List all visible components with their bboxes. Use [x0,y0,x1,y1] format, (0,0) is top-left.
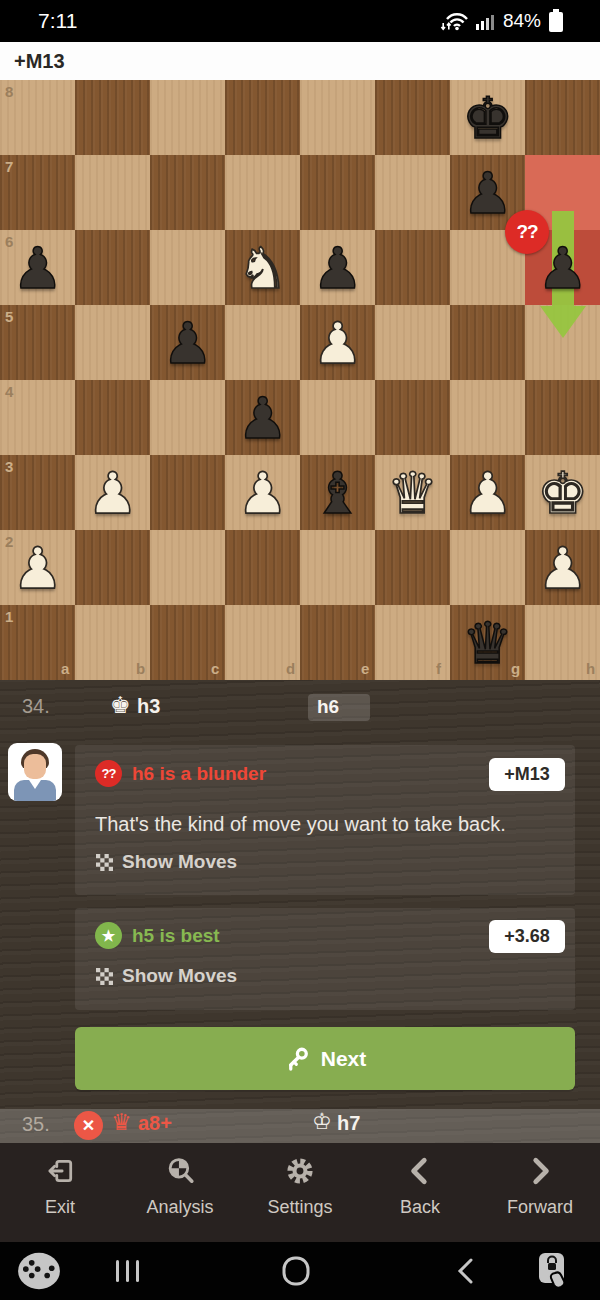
piece-wN-d6[interactable]: ♞ [225,230,300,305]
recents-icon [114,1258,142,1284]
rank-label-3: 3 [5,458,13,475]
analysis-icon [165,1156,195,1186]
file-label-b: b [136,660,145,677]
piece-bP-e6[interactable]: ♟ [300,230,375,305]
back-button[interactable]: Back [360,1143,480,1242]
best-eval-badge: +3.68 [489,920,565,953]
square-f6[interactable] [375,230,450,305]
key-icon [284,1045,311,1072]
square-h8[interactable] [525,80,600,155]
blunder-x-icon: ✕ [74,1111,103,1140]
black-king-figurine: ♔ [312,1109,332,1134]
file-label-h: h [586,660,595,677]
piece-wP-g3[interactable]: ♟ [450,455,525,530]
coach-comment: That's the kind of move you want to take… [95,813,506,836]
piece-wP-b3[interactable]: ♟ [75,455,150,530]
game-tools-button[interactable] [14,1242,64,1300]
piece-wP-d3[interactable]: ♟ [225,455,300,530]
square-e8[interactable] [300,80,375,155]
square-c4[interactable] [150,380,225,455]
chevron-right-icon [525,1156,555,1186]
battery-icon [548,9,564,33]
exit-label: Exit [45,1197,75,1218]
best-move-card: ★ h5 is best +3.68 Show Moves [75,908,575,1010]
square-c2[interactable] [150,530,225,605]
settings-button[interactable]: Settings [240,1143,360,1242]
move-35-white[interactable]: a8+ [138,1112,172,1135]
move-number-35: 35. [22,1113,50,1136]
exit-icon [45,1156,75,1186]
rank-label-5: 5 [5,308,13,325]
square-c7[interactable] [150,155,225,230]
avatar-face [24,754,46,779]
piece-bP-a6[interactable]: ♟ [0,230,75,305]
coach-avatar [8,743,62,801]
move-number-34: 34. [22,695,50,718]
square-b7[interactable] [75,155,150,230]
rank-label-7: 7 [5,158,13,175]
white-king-figurine: ♚ [110,692,131,718]
gear-icon [285,1156,315,1186]
clock-time: 7:11 [38,9,77,33]
home-button[interactable] [274,1242,318,1300]
show-moves-label: Show Moves [122,965,237,987]
piece-bP-c5[interactable]: ♟ [150,305,225,380]
square-f7[interactable] [375,155,450,230]
bottom-toolbar: Exit Analysis Settings Back [0,1143,600,1242]
rank-label-1: 1 [5,608,13,625]
move-34-white[interactable]: h3 [137,695,160,718]
analysis-button[interactable]: Analysis [120,1143,240,1242]
show-moves-label: Show Moves [122,851,237,873]
evaluation-value: +M13 [14,50,65,73]
file-label-d: d [286,660,295,677]
battery-percent: 84% [503,10,541,32]
square-b8[interactable] [75,80,150,155]
file-label-c: c [211,660,219,677]
move-35-black[interactable]: h7 [337,1112,360,1135]
evaluation-banner: +M13 [0,42,600,80]
rank-label-4: 4 [5,383,13,400]
android-nav-bar [0,1242,600,1300]
square-c8[interactable] [150,80,225,155]
piece-bK-g8[interactable]: ♚ [450,80,525,155]
chevron-left-icon [405,1156,435,1186]
square-h4[interactable] [525,380,600,455]
status-bar: 7:11 84% [0,0,600,42]
square-f4[interactable] [375,380,450,455]
blunder-card: ?? h6 is a blunder +M13 That's the kind … [75,745,575,895]
keyboard-switch-icon [535,1251,569,1291]
home-icon [280,1255,312,1287]
piece-wK-h3[interactable]: ♚ [525,455,600,530]
piece-wQ-f3[interactable]: ♛ [375,455,450,530]
square-e4[interactable] [300,380,375,455]
file-label-a: a [61,660,69,677]
square-e7[interactable] [300,155,375,230]
back-nav-button[interactable] [444,1242,488,1300]
square-b6[interactable] [75,230,150,305]
status-icons: 84% [439,8,564,34]
show-moves-blunder[interactable]: Show Moves [96,851,237,873]
settings-label: Settings [267,1197,332,1218]
square-g4[interactable] [450,380,525,455]
piece-wP-a2[interactable]: ♟ [0,530,75,605]
blunder-badge-board: ?? [505,210,549,254]
exit-button[interactable]: Exit [0,1143,120,1242]
best-move-star-icon: ★ [95,922,122,949]
chess-review-screen: 7:11 84% +M13 [0,0,600,1300]
piece-bQ-g1[interactable]: ♛ [450,605,525,680]
square-d2[interactable] [225,530,300,605]
wifi-icon [439,8,469,34]
piece-wP-h2[interactable]: ♟ [525,530,600,605]
square-b4[interactable] [75,380,150,455]
piece-bP-d4[interactable]: ♟ [225,380,300,455]
piece-wP-e5[interactable]: ♟ [300,305,375,380]
blunder-eval-badge: +M13 [489,758,565,791]
signal-icon [476,11,496,31]
square-c6[interactable] [150,230,225,305]
piece-bB-e3[interactable]: ♝ [300,455,375,530]
forward-button[interactable]: Forward [480,1143,600,1242]
best-move-arrow-head [540,306,586,338]
square-f8[interactable] [375,80,450,155]
file-label-f: f [436,660,441,677]
square-e2[interactable] [300,530,375,605]
square-d8[interactable] [225,80,300,155]
rank-label-8: 8 [5,83,13,100]
checkerboard-icon [96,968,113,985]
square-g2[interactable] [450,530,525,605]
next-button-label: Next [321,1047,367,1071]
gamepad-icon [16,1251,62,1291]
next-button[interactable]: Next [75,1027,575,1090]
blunder-title: h6 is a blunder [132,763,266,785]
best-move-title: h5 is best [132,925,220,947]
square-f5[interactable] [375,305,450,380]
square-c3[interactable] [150,455,225,530]
square-b5[interactable] [75,305,150,380]
back-label: Back [400,1197,440,1218]
checkerboard-icon [96,854,113,871]
square-b2[interactable] [75,530,150,605]
queen-figurine: ♛ [111,1109,132,1135]
move-34-black-label: h6 [317,696,339,718]
recents-button[interactable] [106,1242,150,1300]
square-d5[interactable] [225,305,300,380]
blunder-icon: ?? [95,760,122,787]
chess-board[interactable]: 87654321abcdefgh♚♟♟♞♟♟♟♟♟♟♟♝♛♟♚♟♟♛?? [0,80,600,680]
square-f2[interactable] [375,530,450,605]
show-moves-best[interactable]: Show Moves [96,965,237,987]
move-34-black-selected[interactable]: h6 [308,694,370,721]
analysis-label: Analysis [146,1197,213,1218]
back-chevron-icon [455,1257,477,1285]
square-d7[interactable] [225,155,300,230]
keyboard-switch-button[interactable] [524,1242,580,1300]
file-label-e: e [361,660,369,677]
square-g5[interactable] [450,305,525,380]
forward-label: Forward [507,1197,573,1218]
